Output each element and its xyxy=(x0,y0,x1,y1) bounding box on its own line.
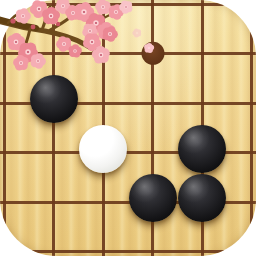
grid-line-horizontal xyxy=(0,250,256,253)
white-stone xyxy=(79,125,127,173)
grid-line-horizontal xyxy=(0,3,256,6)
grid-line-vertical xyxy=(3,0,6,256)
black-stone xyxy=(178,125,226,173)
black-stone xyxy=(178,174,226,222)
star-point xyxy=(141,41,164,64)
black-stone xyxy=(129,174,177,222)
go-board[interactable] xyxy=(0,0,256,256)
app-icon-canvas xyxy=(0,0,256,256)
grid-line-vertical xyxy=(250,0,253,256)
grid-line-horizontal xyxy=(0,52,256,55)
black-stone xyxy=(30,75,78,123)
grid-line-vertical xyxy=(52,0,55,256)
